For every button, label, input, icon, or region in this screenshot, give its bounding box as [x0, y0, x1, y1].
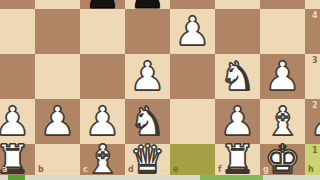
white-pawn-d3[interactable]: ♟ [125, 54, 170, 99]
square-h4[interactable] [305, 9, 320, 54]
square-b3[interactable] [35, 54, 80, 99]
white-bishop-c1[interactable]: ♝ [80, 137, 125, 180]
white-pawn-g3[interactable]: ♟ [260, 54, 305, 99]
white-knight-f3[interactable]: ♞ [215, 54, 260, 99]
strip-green-segment-1 [8, 175, 25, 180]
white-pawn-b2[interactable]: ♟ [35, 99, 80, 144]
square-f3[interactable]: ♞ [215, 54, 260, 99]
white-rook-f1[interactable]: ♜ [215, 137, 260, 180]
square-a3[interactable] [0, 54, 35, 99]
square-f4[interactable] [215, 9, 260, 54]
square-d4[interactable] [125, 9, 170, 54]
square-d5[interactable]: ♟ [125, 0, 170, 9]
square-g4[interactable] [260, 9, 305, 54]
bottom-strip [0, 175, 320, 180]
chess-board-viewport: ♟♟♟♟♞♟♟♟♟♞♟♝♟♜♝♛♜♚ abcdefgh4321 [0, 0, 320, 180]
square-e4[interactable]: ♟ [170, 9, 215, 54]
square-f5[interactable] [215, 0, 260, 9]
square-d3[interactable]: ♟ [125, 54, 170, 99]
chess-board: ♟♟♟♟♞♟♟♟♟♞♟♝♟♜♝♛♜♚ [0, 0, 320, 180]
square-g3[interactable]: ♟ [260, 54, 305, 99]
square-a5[interactable] [0, 0, 35, 9]
strip-green-segment-2 [200, 175, 263, 180]
square-g5[interactable] [260, 0, 305, 9]
white-pawn-h2[interactable]: ♟ [305, 99, 320, 144]
white-queen-d1[interactable]: ♛ [125, 137, 170, 180]
square-h5[interactable] [305, 0, 320, 9]
square-h2[interactable]: ♟ [305, 99, 320, 144]
square-c5[interactable]: ♟ [80, 0, 125, 9]
white-rook-a1[interactable]: ♜ [0, 137, 35, 180]
white-pawn-e4[interactable]: ♟ [170, 9, 215, 54]
square-a4[interactable] [0, 9, 35, 54]
square-c3[interactable] [80, 54, 125, 99]
square-b5[interactable] [35, 0, 80, 9]
square-b2[interactable]: ♟ [35, 99, 80, 144]
square-h3[interactable] [305, 54, 320, 99]
white-king-g1[interactable]: ♚ [260, 137, 305, 180]
square-c4[interactable] [80, 9, 125, 54]
square-e2[interactable] [170, 99, 215, 144]
square-e3[interactable] [170, 54, 215, 99]
square-b4[interactable] [35, 9, 80, 54]
